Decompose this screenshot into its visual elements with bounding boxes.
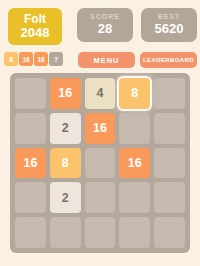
empty-cell xyxy=(85,148,116,179)
queue-tile: 16 xyxy=(19,52,33,66)
empty-cell xyxy=(15,78,46,109)
empty-cell xyxy=(15,182,46,213)
tile-8: 8 xyxy=(50,148,81,179)
empty-cell xyxy=(15,113,46,144)
empty-cell xyxy=(119,182,150,213)
leaderboard-button[interactable]: LEADERBOARD xyxy=(140,52,197,68)
app-logo: Folt 2048 xyxy=(8,8,62,45)
score-label: SCORE xyxy=(90,13,120,21)
tile-16: 16 xyxy=(85,113,116,144)
empty-cell xyxy=(154,78,185,109)
empty-cell xyxy=(154,182,185,213)
empty-cell xyxy=(119,217,150,248)
tile-16: 16 xyxy=(119,148,150,179)
queue-tile: 16 xyxy=(34,52,48,66)
score-box: SCORE 28 xyxy=(77,8,133,42)
score-value: 28 xyxy=(98,21,112,37)
best-value: 5620 xyxy=(155,21,184,37)
empty-cell xyxy=(15,217,46,248)
queue-tile: 8 xyxy=(4,52,18,66)
empty-cell xyxy=(85,182,116,213)
tile-16: 16 xyxy=(50,78,81,109)
empty-cell xyxy=(50,217,81,248)
tile-16: 16 xyxy=(15,148,46,179)
tile-4: 4 xyxy=(85,78,116,109)
tile-2: 2 xyxy=(50,182,81,213)
app-title-line1: Folt xyxy=(24,13,46,26)
empty-cell xyxy=(119,113,150,144)
queue-tile: ? xyxy=(49,52,63,66)
menu-button[interactable]: MENU xyxy=(78,52,135,68)
app-title-line2: 2048 xyxy=(21,26,50,41)
best-box: BEST 5620 xyxy=(141,8,197,42)
empty-cell xyxy=(154,217,185,248)
tile-8: 8 xyxy=(119,78,150,109)
next-tile-queue: 81616? xyxy=(4,52,63,67)
tile-2: 2 xyxy=(50,113,81,144)
folt-2048-app: Folt 2048 SCORE 28 BEST 5620 81616? MENU… xyxy=(0,0,200,266)
empty-cell xyxy=(154,113,185,144)
empty-cell xyxy=(85,217,116,248)
game-board[interactable]: 1648216168162 xyxy=(10,73,190,253)
empty-cell xyxy=(154,148,185,179)
best-label: BEST xyxy=(158,13,181,21)
